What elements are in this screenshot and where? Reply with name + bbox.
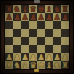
square-f4[interactable] [45,37,53,45]
square-d6[interactable] [29,21,37,29]
piece-white-rook[interactable]: ♜ [61,61,69,69]
piece-black-pawn[interactable]: ♟ [45,13,53,21]
piece-black-pawn[interactable]: ♟ [29,13,37,21]
square-c6[interactable] [21,21,29,29]
square-d1[interactable]: ♛ [29,61,37,69]
piece-black-pawn[interactable]: ♟ [53,13,61,21]
square-b4[interactable] [13,37,21,45]
piece-black-pawn[interactable]: ♟ [13,13,21,21]
square-a1[interactable]: ♜ [5,61,13,69]
square-b5[interactable] [13,29,21,37]
square-g6[interactable] [53,21,61,29]
square-a5[interactable] [5,29,13,37]
square-e1[interactable]: ♚ [37,61,45,69]
square-h7[interactable]: ♟ [61,13,69,21]
piece-black-pawn[interactable]: ♟ [21,13,29,21]
square-h5[interactable] [61,29,69,37]
square-b1[interactable]: ♞ [13,61,21,69]
piece-white-knight[interactable]: ♞ [53,61,61,69]
piece-black-pawn[interactable]: ♟ [5,13,13,21]
latch-icon [34,69,39,72]
piece-white-bishop[interactable]: ♝ [21,61,29,69]
square-d7[interactable]: ♟ [29,13,37,21]
square-e4[interactable] [37,37,45,45]
piece-white-rook[interactable]: ♜ [5,61,13,69]
square-e6[interactable] [37,21,45,29]
chess-board[interactable]: ♜♞♝♛♚♝♞♜♟♟♟♟♟♟♟♟♟♟♟♟♟♟♟♟♜♞♝♛♚♝♞♜ [5,5,69,69]
square-b7[interactable]: ♟ [13,13,21,21]
square-c4[interactable] [21,37,29,45]
piece-white-queen[interactable]: ♛ [29,61,37,69]
square-a6[interactable] [5,21,13,29]
square-c7[interactable]: ♟ [21,13,29,21]
square-g4[interactable] [53,37,61,45]
square-g1[interactable]: ♞ [53,61,61,69]
square-f7[interactable]: ♟ [45,13,53,21]
square-d5[interactable] [29,29,37,37]
square-e7[interactable]: ♟ [37,13,45,21]
piece-black-pawn[interactable]: ♟ [37,13,45,21]
square-d4[interactable] [29,37,37,45]
square-f5[interactable] [45,29,53,37]
square-e5[interactable] [37,29,45,37]
piece-white-bishop[interactable]: ♝ [45,61,53,69]
square-c5[interactable] [21,29,29,37]
piece-black-pawn[interactable]: ♟ [61,13,69,21]
square-g7[interactable]: ♟ [53,13,61,21]
square-b6[interactable] [13,21,21,29]
square-a7[interactable]: ♟ [5,13,13,21]
square-h4[interactable] [61,37,69,45]
square-a4[interactable] [5,37,13,45]
chess-set-photo: ♜♞♝♛♚♝♞♜♟♟♟♟♟♟♟♟♟♟♟♟♟♟♟♟♜♞♝♛♚♝♞♜ [0,0,74,74]
piece-white-knight[interactable]: ♞ [13,61,21,69]
square-h1[interactable]: ♜ [61,61,69,69]
square-g5[interactable] [53,29,61,37]
square-c1[interactable]: ♝ [21,61,29,69]
square-h6[interactable] [61,21,69,29]
square-f1[interactable]: ♝ [45,61,53,69]
square-f6[interactable] [45,21,53,29]
piece-white-king[interactable]: ♚ [37,61,45,69]
